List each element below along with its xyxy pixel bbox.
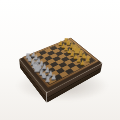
chess-set-scene: ♜♞♝♛♚♝♞♜♟♟♟♟♟♟♟♟♟♟♟♟♟♟♟♟♜♞♝♛♚♝♞♜ [0, 0, 120, 120]
white-rook-h1: ♜ [44, 76, 52, 84]
chess-set-photo: ♜♞♝♛♚♝♞♜♟♟♟♟♟♟♟♟♟♟♟♟♟♟♟♟♜♞♝♛♚♝♞♜ [0, 0, 120, 120]
black-rook-h8: ♜ [85, 56, 92, 63]
board-perspective-wrapper: ♜♞♝♛♚♝♞♜♟♟♟♟♟♟♟♟♟♟♟♟♟♟♟♟♜♞♝♛♚♝♞♜ [23, 38, 99, 88]
black-pawn-h7: ♟ [80, 59, 86, 65]
square-h8: ♜ [86, 58, 94, 63]
